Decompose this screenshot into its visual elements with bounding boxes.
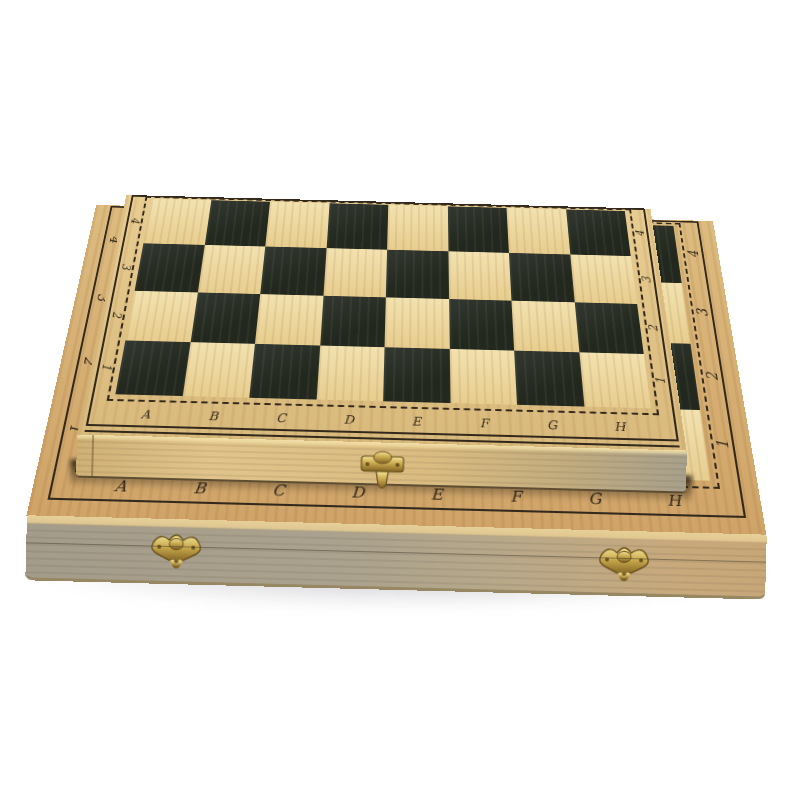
product-photo: ABCDEFGH44332211: [0, 0, 800, 800]
clasp-icon: [147, 528, 204, 577]
board-cell-b4: [204, 200, 270, 246]
board-cell-e1: [383, 347, 450, 403]
board-cell-h4: [566, 209, 631, 255]
chess-board-grid: [115, 199, 651, 409]
file-label-e: E: [382, 415, 450, 433]
top-chess-box: ABCDEFGH44332211: [11, 0, 800, 17]
board-cell-d2: [320, 295, 386, 347]
board-cell-h1: [579, 353, 651, 409]
rank-label-3: 3: [694, 302, 714, 324]
board-cell-a1: [115, 341, 190, 396]
board-cell-g2: [511, 300, 579, 352]
board-cell-e4: [387, 205, 448, 251]
rank-label-1: 1: [653, 372, 670, 391]
board-cell-d1: [316, 346, 384, 402]
board-cell-f2: [449, 299, 514, 351]
board-cell-g4: [507, 208, 570, 254]
file-label-f: F: [450, 417, 518, 435]
file-label-a: A: [110, 408, 180, 426]
rank-label-2: 2: [703, 365, 724, 388]
rank-label-4: 4: [685, 244, 704, 264]
board-cell-b1: [182, 342, 255, 397]
board-cell-d3: [323, 248, 387, 297]
board-cell-a4: [143, 199, 210, 245]
bottom-chess-box: ABCDEFGH44332211: [11, 0, 800, 17]
board-cell-f3: [448, 251, 511, 300]
file-label-b: B: [178, 410, 248, 428]
board-cell-h2: [574, 302, 644, 354]
board-cell-d4: [326, 203, 388, 249]
top-box-board-face: ABCDEFGH44332211: [77, 195, 687, 453]
clasp-icon: [359, 447, 406, 494]
board-cell-e3: [386, 250, 449, 299]
board-cell-c1: [249, 344, 320, 399]
board-cell-a3: [135, 243, 205, 292]
file-label-h: H: [585, 420, 655, 438]
board-cell-a2: [125, 290, 197, 342]
board-cell-b3: [197, 245, 265, 294]
board-cell-c2: [255, 294, 323, 346]
rank-label-3: 3: [640, 271, 656, 288]
board-cell-c4: [265, 202, 329, 248]
file-label-d: D: [314, 413, 383, 431]
scene: ABCDEFGH44332211: [0, 0, 800, 800]
board-cell-c3: [260, 246, 326, 295]
board-cell-g3: [509, 253, 574, 302]
file-label-c: C: [246, 411, 315, 429]
board-cell-h3: [570, 254, 637, 303]
clasp-icon: [595, 541, 652, 590]
file-label-g: G: [518, 418, 587, 436]
board-cell-b2: [190, 292, 260, 344]
rank-label-4: 4: [633, 226, 648, 242]
rank-label-2: 2: [646, 320, 663, 338]
board-cell-e2: [385, 297, 450, 349]
board-cell-g1: [514, 351, 584, 407]
board-cell-f1: [449, 349, 517, 405]
board-cell-f4: [447, 206, 509, 252]
